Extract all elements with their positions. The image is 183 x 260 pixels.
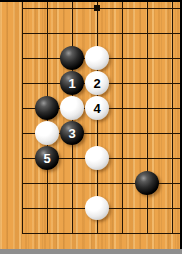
white-stone-d7: 2 [85, 71, 109, 95]
black-stone-c8 [60, 46, 84, 70]
black-stone-b4: 5 [35, 146, 59, 170]
white-stone-d2 [85, 196, 109, 220]
board-edge-shadow [0, 249, 182, 254]
black-stone-c5: 3 [60, 121, 84, 145]
move-number-label: 4 [93, 102, 100, 115]
board-intersections: 12435 [10, 0, 183, 246]
go-diagram: 12435 [0, 0, 182, 260]
black-stone-b6 [35, 96, 59, 120]
go-board: 12435 [0, 0, 182, 249]
white-stone-d4 [85, 146, 109, 170]
move-number-label: 2 [93, 77, 100, 90]
white-stone-c6 [60, 96, 84, 120]
black-stone-f3 [135, 171, 159, 195]
white-stone-d8 [85, 46, 109, 70]
move-number-label: 3 [68, 127, 75, 140]
move-number-label: 1 [68, 77, 75, 90]
move-number-label: 5 [43, 152, 50, 165]
star-point-icon [94, 5, 100, 11]
black-stone-c7: 1 [60, 71, 84, 95]
white-stone-d6: 4 [85, 96, 109, 120]
white-stone-b5 [35, 121, 59, 145]
